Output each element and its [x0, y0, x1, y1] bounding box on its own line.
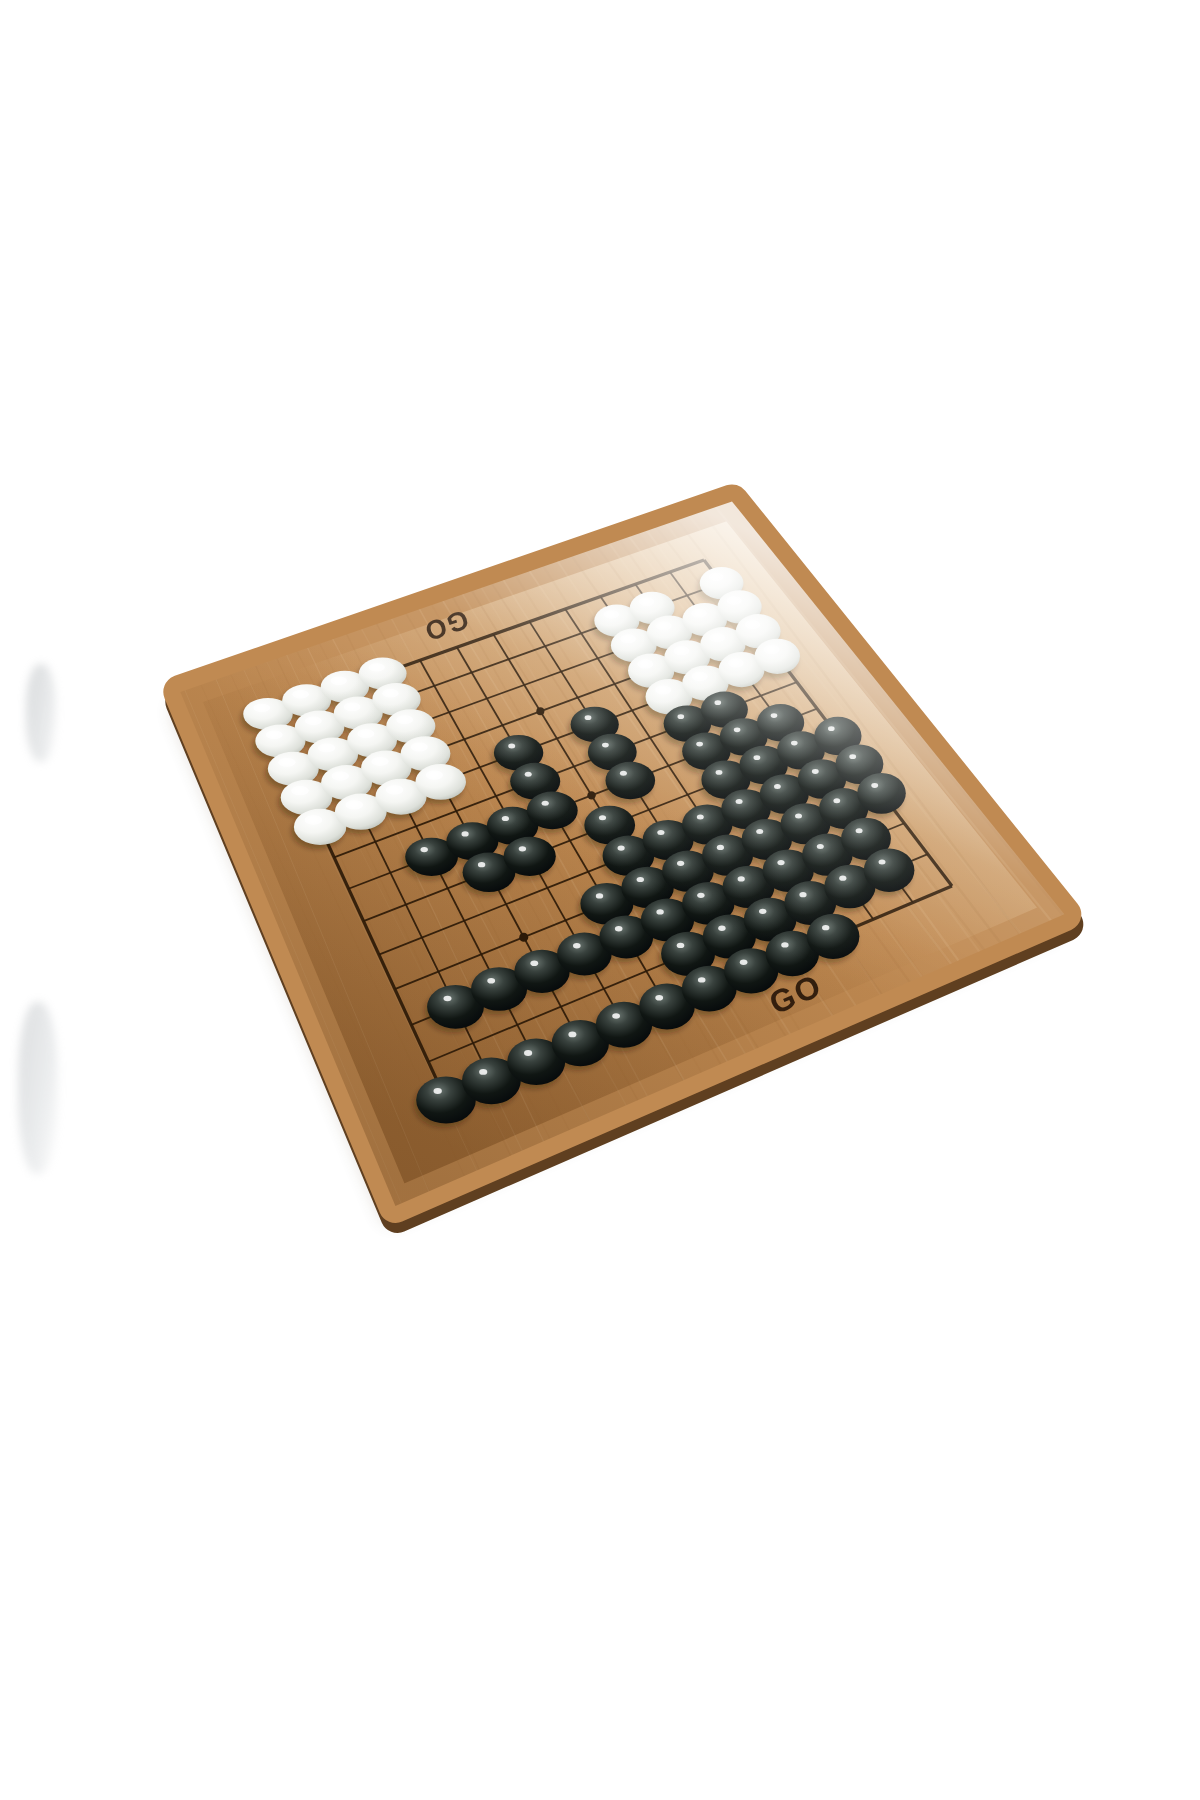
stone-highlight: [382, 689, 398, 698]
stone-highlight: [728, 658, 744, 667]
stone-highlight: [357, 729, 374, 738]
stone-highlight: [434, 1088, 442, 1094]
stone-highlight: [678, 714, 685, 719]
stone-white[interactable]: [415, 764, 466, 800]
stone-highlight: [771, 713, 778, 718]
stone-highlight: [734, 727, 741, 732]
stone-highlight: [657, 830, 664, 835]
stone-highlight: [738, 876, 745, 881]
stone-highlight: [759, 909, 766, 914]
stone-highlight: [879, 859, 886, 864]
stone-highlight: [292, 690, 309, 698]
stone-highlight: [502, 816, 509, 821]
stone-black[interactable]: [807, 914, 860, 959]
stone-highlight: [411, 743, 428, 752]
stone-highlight: [756, 829, 763, 834]
stone-highlight: [305, 716, 322, 725]
stone-highlight: [736, 799, 743, 804]
stone-highlight: [426, 770, 443, 779]
stone-highlight: [656, 909, 663, 914]
stone-highlight: [344, 703, 361, 712]
stone-highlight: [568, 1032, 576, 1038]
stone-highlight: [812, 769, 819, 774]
stone-highlight: [817, 844, 824, 849]
stone-white[interactable]: [755, 639, 800, 674]
stone-highlight: [718, 926, 725, 931]
stone-highlight: [856, 828, 863, 833]
stone-highlight: [332, 771, 349, 780]
stone-highlight: [266, 730, 283, 739]
stone-black[interactable]: [527, 792, 578, 830]
stone-highlight: [839, 876, 846, 881]
stone-highlight: [599, 815, 606, 820]
stone-highlight: [639, 598, 654, 606]
product-photo: GOGO: [0, 0, 1200, 1800]
stone-highlight: [715, 700, 722, 705]
stone-highlight: [698, 977, 706, 982]
stone-highlight: [849, 754, 856, 759]
stone-highlight: [525, 772, 532, 777]
stone-highlight: [655, 685, 671, 694]
stone-highlight: [638, 660, 654, 669]
photo-artifact: [18, 1002, 58, 1174]
stone-highlight: [253, 704, 270, 712]
stone-highlight: [716, 770, 723, 775]
stone-highlight: [620, 771, 627, 776]
stone-highlight: [696, 742, 703, 747]
stone-highlight: [655, 995, 663, 1001]
stone-highlight: [524, 1050, 532, 1056]
stone-highlight: [421, 847, 428, 852]
stone-highlight: [833, 798, 840, 803]
stone-highlight: [318, 744, 335, 753]
stone-highlight: [462, 831, 469, 836]
stone-highlight: [508, 744, 515, 749]
stone-highlight: [677, 861, 684, 866]
stone-black[interactable]: [857, 773, 906, 814]
stone-highlight: [386, 785, 403, 794]
stone-highlight: [637, 877, 644, 882]
stone-highlight: [487, 978, 495, 984]
stone-highlight: [602, 743, 609, 748]
stone-highlight: [754, 755, 761, 760]
stone-highlight: [822, 925, 829, 930]
stone-highlight: [596, 893, 603, 898]
stone-highlight: [656, 622, 671, 631]
stone-highlight: [331, 677, 347, 685]
stone-highlight: [828, 726, 835, 731]
stone-highlight: [795, 814, 802, 819]
stone-highlight: [519, 846, 526, 851]
stone-highlight: [799, 892, 806, 897]
stone-highlight: [710, 633, 725, 642]
stone-highlight: [717, 845, 724, 850]
stone-black[interactable]: [504, 837, 556, 876]
stone-highlight: [604, 610, 619, 618]
stone-highlight: [291, 786, 309, 795]
stone-highlight: [369, 663, 385, 671]
stone-highlight: [612, 1013, 620, 1019]
stone-highlight: [371, 757, 388, 766]
stone-highlight: [709, 573, 724, 581]
stone-highlight: [346, 800, 364, 809]
stone-highlight: [479, 1069, 487, 1075]
stone-highlight: [573, 943, 581, 948]
stone-highlight: [677, 943, 685, 948]
stone-black[interactable]: [606, 762, 656, 800]
stone-highlight: [585, 715, 592, 720]
stone-highlight: [444, 996, 452, 1002]
stone-highlight: [777, 860, 784, 865]
stone-highlight: [674, 646, 690, 655]
stone-highlight: [478, 862, 485, 867]
stone-highlight: [727, 596, 742, 605]
photo-artifact: [26, 664, 56, 762]
stone-highlight: [692, 672, 708, 681]
stone-highlight: [305, 815, 323, 824]
stone-highlight: [278, 758, 295, 767]
stone-highlight: [740, 960, 748, 965]
stone-highlight: [618, 846, 625, 851]
stone-highlight: [692, 609, 707, 618]
stone-highlight: [542, 801, 549, 806]
stone-highlight: [764, 645, 779, 654]
go-board[interactable]: GOGO: [0, 0, 1200, 1800]
stone-black[interactable]: [864, 849, 915, 892]
stone-highlight: [396, 715, 413, 724]
stone-highlight: [697, 893, 704, 898]
stone-highlight: [774, 784, 781, 789]
stone-highlight: [697, 814, 704, 819]
stone-highlight: [530, 960, 538, 966]
stone-highlight: [791, 741, 798, 746]
stone-highlight: [781, 942, 788, 947]
stone-highlight: [615, 926, 623, 931]
stone-highlight: [620, 635, 636, 644]
stone-highlight: [871, 783, 878, 788]
stone-highlight: [745, 620, 760, 629]
